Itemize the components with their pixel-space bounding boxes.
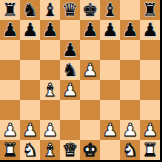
square-d1[interactable]: ♛ — [60, 140, 80, 160]
black-pawn[interactable]: ♟ — [42, 20, 58, 40]
square-f7[interactable]: ♟ — [100, 20, 120, 40]
square-f4[interactable] — [100, 80, 120, 100]
square-e2[interactable] — [80, 120, 100, 140]
square-h4[interactable] — [140, 80, 160, 100]
chess-board-frame: ♜♞♝♛♚♝♜♟♟♟♟♟♟♟♟♞♟♝♟♟♟♟♟♟♟♜♞♝♛♚♞♜ — [0, 0, 162, 162]
white-bishop[interactable]: ♝ — [42, 80, 58, 100]
square-h1[interactable]: ♜ — [140, 140, 160, 160]
square-g3[interactable] — [120, 100, 140, 120]
square-e5[interactable]: ♟ — [80, 60, 100, 80]
white-pawn[interactable]: ♟ — [2, 120, 18, 140]
black-pawn[interactable]: ♟ — [122, 20, 138, 40]
white-pawn[interactable]: ♟ — [102, 120, 118, 140]
white-knight[interactable]: ♞ — [22, 140, 38, 160]
square-d3[interactable] — [60, 100, 80, 120]
black-bishop[interactable]: ♝ — [42, 0, 58, 20]
square-d8[interactable]: ♛ — [60, 0, 80, 20]
white-king[interactable]: ♚ — [82, 140, 98, 160]
black-pawn[interactable]: ♟ — [142, 20, 158, 40]
white-queen[interactable]: ♛ — [62, 140, 78, 160]
square-f5[interactable] — [100, 60, 120, 80]
white-pawn[interactable]: ♟ — [142, 120, 158, 140]
square-h5[interactable] — [140, 60, 160, 80]
black-rook[interactable]: ♜ — [142, 0, 158, 20]
square-g7[interactable]: ♟ — [120, 20, 140, 40]
square-a4[interactable] — [0, 80, 20, 100]
square-a5[interactable] — [0, 60, 20, 80]
square-c4[interactable]: ♝ — [40, 80, 60, 100]
square-g8[interactable] — [120, 0, 140, 20]
square-b2[interactable]: ♟ — [20, 120, 40, 140]
square-h8[interactable]: ♜ — [140, 0, 160, 20]
square-g2[interactable]: ♟ — [120, 120, 140, 140]
square-h6[interactable] — [140, 40, 160, 60]
square-c3[interactable] — [40, 100, 60, 120]
black-knight[interactable]: ♞ — [62, 60, 78, 80]
square-a6[interactable] — [0, 40, 20, 60]
square-d6[interactable]: ♟ — [60, 40, 80, 60]
square-b1[interactable]: ♞ — [20, 140, 40, 160]
square-g1[interactable]: ♞ — [120, 140, 140, 160]
square-a2[interactable]: ♟ — [0, 120, 20, 140]
square-a3[interactable] — [0, 100, 20, 120]
black-bishop[interactable]: ♝ — [102, 0, 118, 20]
white-pawn[interactable]: ♟ — [42, 120, 58, 140]
black-pawn[interactable]: ♟ — [22, 20, 38, 40]
square-f2[interactable]: ♟ — [100, 120, 120, 140]
square-e8[interactable]: ♚ — [80, 0, 100, 20]
white-rook[interactable]: ♜ — [142, 140, 158, 160]
square-f8[interactable]: ♝ — [100, 0, 120, 20]
square-g6[interactable] — [120, 40, 140, 60]
square-e3[interactable] — [80, 100, 100, 120]
square-e6[interactable] — [80, 40, 100, 60]
square-b6[interactable] — [20, 40, 40, 60]
black-pawn[interactable]: ♟ — [82, 20, 98, 40]
square-c5[interactable] — [40, 60, 60, 80]
square-d5[interactable]: ♞ — [60, 60, 80, 80]
square-h3[interactable] — [140, 100, 160, 120]
square-e4[interactable] — [80, 80, 100, 100]
square-a8[interactable]: ♜ — [0, 0, 20, 20]
square-b5[interactable] — [20, 60, 40, 80]
square-g4[interactable] — [120, 80, 140, 100]
square-b4[interactable] — [20, 80, 40, 100]
square-f1[interactable] — [100, 140, 120, 160]
square-a7[interactable]: ♟ — [0, 20, 20, 40]
black-knight[interactable]: ♞ — [22, 0, 38, 20]
black-pawn[interactable]: ♟ — [62, 40, 78, 60]
white-bishop[interactable]: ♝ — [42, 140, 58, 160]
square-h2[interactable]: ♟ — [140, 120, 160, 140]
square-d4[interactable]: ♟ — [60, 80, 80, 100]
square-b7[interactable]: ♟ — [20, 20, 40, 40]
white-rook[interactable]: ♜ — [2, 140, 18, 160]
square-b8[interactable]: ♞ — [20, 0, 40, 20]
black-pawn[interactable]: ♟ — [2, 20, 18, 40]
square-d7[interactable] — [60, 20, 80, 40]
square-g5[interactable] — [120, 60, 140, 80]
white-pawn[interactable]: ♟ — [22, 120, 38, 140]
white-pawn[interactable]: ♟ — [122, 120, 138, 140]
square-e1[interactable]: ♚ — [80, 140, 100, 160]
square-c7[interactable]: ♟ — [40, 20, 60, 40]
square-c2[interactable]: ♟ — [40, 120, 60, 140]
square-c8[interactable]: ♝ — [40, 0, 60, 20]
white-pawn[interactable]: ♟ — [62, 80, 78, 100]
square-h7[interactable]: ♟ — [140, 20, 160, 40]
square-a1[interactable]: ♜ — [0, 140, 20, 160]
square-c1[interactable]: ♝ — [40, 140, 60, 160]
square-c6[interactable] — [40, 40, 60, 60]
square-e7[interactable]: ♟ — [80, 20, 100, 40]
white-pawn[interactable]: ♟ — [82, 60, 98, 80]
square-b3[interactable] — [20, 100, 40, 120]
chess-board: ♜♞♝♛♚♝♜♟♟♟♟♟♟♟♟♞♟♝♟♟♟♟♟♟♟♜♞♝♛♚♞♜ — [0, 0, 160, 160]
black-king[interactable]: ♚ — [82, 0, 98, 20]
black-queen[interactable]: ♛ — [62, 0, 78, 20]
black-pawn[interactable]: ♟ — [102, 20, 118, 40]
square-d2[interactable] — [60, 120, 80, 140]
white-knight[interactable]: ♞ — [122, 140, 138, 160]
square-f3[interactable] — [100, 100, 120, 120]
black-rook[interactable]: ♜ — [2, 0, 18, 20]
square-f6[interactable] — [100, 40, 120, 60]
